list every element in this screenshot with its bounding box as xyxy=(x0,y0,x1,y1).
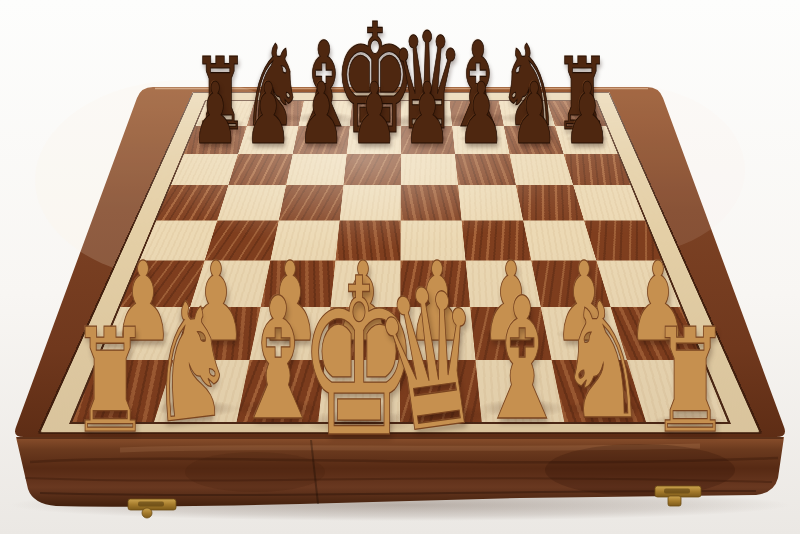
square-a8[interactable] xyxy=(196,101,255,126)
square-b6[interactable] xyxy=(228,154,292,185)
square-e6[interactable] xyxy=(401,154,458,185)
square-h4[interactable] xyxy=(584,221,662,261)
square-b4[interactable] xyxy=(205,221,279,261)
square-f5[interactable] xyxy=(458,185,523,220)
square-c1[interactable] xyxy=(236,360,325,422)
square-d7[interactable] xyxy=(347,126,401,154)
square-d6[interactable] xyxy=(343,154,401,185)
square-a6[interactable] xyxy=(171,154,238,185)
square-a7[interactable] xyxy=(184,126,247,154)
square-h5[interactable] xyxy=(573,185,645,220)
square-c5[interactable] xyxy=(278,185,343,220)
square-c8[interactable] xyxy=(298,101,352,126)
square-d2[interactable] xyxy=(325,307,401,360)
square-h6[interactable] xyxy=(563,154,630,185)
square-c7[interactable] xyxy=(292,126,349,154)
square-f7[interactable] xyxy=(452,126,509,154)
square-b3[interactable] xyxy=(190,261,270,307)
square-b5[interactable] xyxy=(217,185,286,220)
photo-canvas: ♜♞♝♚♛♝♞♜♟♟♟♟♟♟♟♟♟♟♟♟♟♟♟♟♜♞♝♚♛♝♞♜ xyxy=(0,0,800,534)
square-e2[interactable] xyxy=(400,307,475,360)
square-b2[interactable] xyxy=(174,307,261,360)
square-c3[interactable] xyxy=(260,261,335,307)
square-a5[interactable] xyxy=(156,185,228,220)
square-e8[interactable] xyxy=(401,101,452,126)
square-f3[interactable] xyxy=(466,261,541,307)
square-b7[interactable] xyxy=(238,126,298,154)
square-d4[interactable] xyxy=(335,221,400,261)
square-g7[interactable] xyxy=(504,126,564,154)
square-d8[interactable] xyxy=(350,101,401,126)
square-h7[interactable] xyxy=(555,126,618,154)
square-d1[interactable] xyxy=(318,360,400,422)
square-e4[interactable] xyxy=(401,221,466,261)
square-d3[interactable] xyxy=(330,261,400,307)
square-f6[interactable] xyxy=(455,154,516,185)
square-e1[interactable] xyxy=(400,360,482,422)
square-c4[interactable] xyxy=(270,221,340,261)
square-e7[interactable] xyxy=(401,126,455,154)
square-c2[interactable] xyxy=(249,307,330,360)
square-h8[interactable] xyxy=(547,101,606,126)
square-g5[interactable] xyxy=(516,185,584,220)
square-c6[interactable] xyxy=(286,154,347,185)
square-f8[interactable] xyxy=(450,101,504,126)
square-e5[interactable] xyxy=(401,185,462,220)
square-e3[interactable] xyxy=(400,261,470,307)
square-d5[interactable] xyxy=(340,185,401,220)
chess-board xyxy=(69,100,731,424)
square-g8[interactable] xyxy=(498,101,554,126)
square-g6[interactable] xyxy=(509,154,573,185)
face-dark-figure xyxy=(545,444,735,496)
square-h2[interactable] xyxy=(610,307,702,360)
square-f4[interactable] xyxy=(462,221,531,261)
square-h3[interactable] xyxy=(596,261,680,307)
face-dark-figure-2 xyxy=(185,452,325,492)
square-b8[interactable] xyxy=(247,101,304,126)
square-f2[interactable] xyxy=(470,307,551,360)
square-f1[interactable] xyxy=(476,360,564,422)
